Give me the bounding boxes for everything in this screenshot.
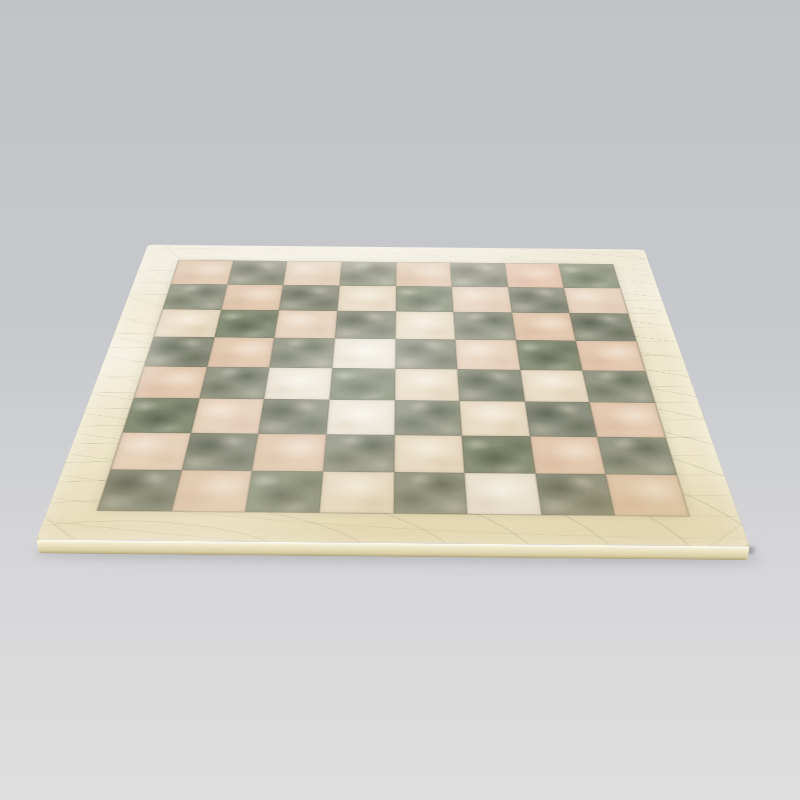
board-square — [395, 339, 458, 369]
board-square — [396, 262, 452, 286]
board-square — [525, 402, 598, 437]
board-square — [530, 436, 606, 474]
perspective-scene — [0, 0, 800, 800]
board-grid — [97, 260, 689, 516]
board-square — [504, 263, 564, 287]
board-square — [339, 262, 395, 286]
board-square — [457, 369, 524, 402]
board-square — [559, 264, 621, 288]
board-square — [564, 288, 628, 314]
photo-backdrop — [0, 0, 800, 800]
board-square — [258, 399, 329, 434]
board-top-face — [37, 245, 750, 547]
board-square — [270, 338, 335, 368]
board-square — [227, 261, 287, 285]
board-square — [97, 470, 181, 512]
board-square — [199, 367, 269, 399]
board-square — [279, 285, 339, 311]
board-square — [221, 284, 283, 310]
board-square — [264, 367, 332, 399]
board-square — [329, 368, 394, 400]
board-square — [598, 437, 677, 475]
board-square — [393, 472, 467, 514]
board-square — [395, 311, 455, 339]
board-square — [154, 309, 221, 337]
board-square — [508, 287, 570, 313]
board-square — [455, 339, 520, 369]
board-square — [214, 310, 279, 338]
board-square — [181, 433, 258, 471]
board-square — [465, 473, 542, 515]
board-square — [450, 263, 508, 287]
board-square — [323, 434, 394, 472]
board-square — [460, 401, 530, 436]
board-square — [570, 313, 636, 341]
board-square — [462, 436, 535, 474]
board-square — [576, 341, 645, 371]
board-square — [111, 432, 191, 470]
board-square — [326, 400, 394, 435]
board-square — [171, 470, 252, 512]
board-square — [394, 400, 462, 435]
board-square — [395, 286, 453, 312]
board-square — [274, 310, 337, 338]
board-square — [332, 338, 395, 368]
board-square — [335, 311, 396, 339]
board-square — [144, 337, 214, 367]
board-square — [337, 285, 395, 311]
board-square — [606, 474, 689, 516]
board-square — [207, 337, 275, 367]
board-square — [535, 474, 615, 516]
board-square — [191, 398, 265, 433]
scene-rotation-wrapper — [0, 0, 800, 800]
board-square — [283, 261, 341, 285]
board-square — [252, 434, 326, 472]
board-square — [452, 287, 512, 313]
board-square — [516, 340, 583, 370]
board-square — [520, 370, 590, 403]
board-square — [590, 402, 666, 437]
board-square — [171, 260, 233, 284]
board-square — [123, 398, 199, 433]
board-square — [245, 471, 323, 513]
board-square — [512, 313, 576, 341]
board-square — [319, 472, 393, 514]
board-square — [583, 370, 655, 403]
board-square — [394, 368, 459, 401]
board-square — [134, 366, 207, 398]
board-square — [454, 312, 516, 340]
chess-board — [37, 245, 750, 547]
board-square — [163, 284, 227, 310]
board-square — [394, 435, 465, 473]
